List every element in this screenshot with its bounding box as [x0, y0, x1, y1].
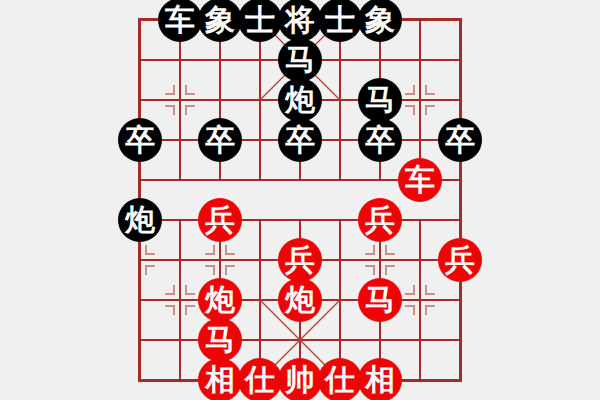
piece-red-general[interactable]: 帅 [278, 358, 322, 400]
piece-black-soldier[interactable]: 卒 [278, 118, 322, 162]
xiangqi-screenshot: 车象士将士象马炮马卒卒卒卒卒车炮兵兵兵兵炮炮马马相仕帅仕相 [0, 0, 600, 400]
piece-black-general[interactable]: 将 [278, 0, 322, 42]
piece-red-soldier[interactable]: 兵 [278, 238, 322, 282]
piece-black-chariot[interactable]: 车 [158, 0, 202, 42]
piece-red-elephant[interactable]: 相 [198, 358, 242, 400]
piece-black-elephant[interactable]: 象 [358, 0, 402, 42]
piece-black-cannon[interactable]: 炮 [118, 198, 162, 242]
piece-black-cannon[interactable]: 炮 [278, 78, 322, 122]
piece-red-advisor[interactable]: 仕 [238, 358, 282, 400]
piece-black-advisor[interactable]: 士 [318, 0, 362, 42]
piece-red-cannon[interactable]: 炮 [278, 278, 322, 322]
piece-red-chariot[interactable]: 车 [398, 158, 442, 202]
piece-black-soldier[interactable]: 卒 [118, 118, 162, 162]
piece-black-elephant[interactable]: 象 [198, 0, 242, 42]
piece-red-elephant[interactable]: 相 [358, 358, 402, 400]
piece-red-advisor[interactable]: 仕 [318, 358, 362, 400]
pieces-layer: 车象士将士象马炮马卒卒卒卒卒车炮兵兵兵兵炮炮马马相仕帅仕相 [0, 0, 600, 400]
piece-red-horse[interactable]: 马 [358, 278, 402, 322]
piece-black-soldier[interactable]: 卒 [438, 118, 482, 162]
piece-black-horse[interactable]: 马 [278, 38, 322, 82]
piece-red-cannon[interactable]: 炮 [198, 278, 242, 322]
piece-black-horse[interactable]: 马 [358, 78, 402, 122]
piece-red-soldier[interactable]: 兵 [198, 198, 242, 242]
piece-black-advisor[interactable]: 士 [238, 0, 282, 42]
piece-black-soldier[interactable]: 卒 [358, 118, 402, 162]
piece-red-soldier[interactable]: 兵 [438, 238, 482, 282]
piece-red-soldier[interactable]: 兵 [358, 198, 402, 242]
piece-black-soldier[interactable]: 卒 [198, 118, 242, 162]
piece-red-horse[interactable]: 马 [198, 318, 242, 362]
